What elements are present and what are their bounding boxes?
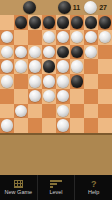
reversi-app: 11 27 New Game Level ? Help: [0, 0, 112, 200]
white-stone: [1, 31, 14, 44]
white-stone: [57, 119, 70, 132]
white-stone: [57, 90, 70, 103]
square-f3[interactable]: [70, 45, 84, 60]
black-stone: [71, 75, 84, 88]
white-score: 27: [99, 4, 107, 11]
white-stone: [15, 60, 28, 73]
square-f7[interactable]: [70, 104, 84, 119]
square-a6[interactable]: [0, 89, 14, 104]
white-stone: [15, 105, 28, 118]
square-h6[interactable]: [98, 89, 112, 104]
square-e2[interactable]: [56, 30, 70, 45]
square-b1[interactable]: [14, 15, 28, 30]
black-score: 11: [73, 4, 80, 11]
white-stone: [85, 46, 98, 59]
white-stone: [57, 31, 70, 44]
black-stone: [15, 16, 28, 29]
square-b3[interactable]: [14, 45, 28, 60]
square-d5[interactable]: [42, 74, 56, 89]
square-h7[interactable]: [98, 104, 112, 119]
square-e1[interactable]: [56, 15, 70, 30]
square-a2[interactable]: [0, 30, 14, 45]
square-f1[interactable]: [70, 15, 84, 30]
white-stone: [15, 46, 28, 59]
square-h1[interactable]: [98, 15, 112, 30]
level-label: Level: [49, 190, 62, 196]
square-b8[interactable]: [14, 118, 28, 133]
square-g6[interactable]: [84, 89, 98, 104]
square-d7[interactable]: [42, 104, 56, 119]
status-bar: 11 27: [0, 0, 112, 15]
white-stone: [57, 75, 70, 88]
level-button[interactable]: Level: [37, 175, 75, 200]
square-e4[interactable]: [56, 59, 70, 74]
square-f8[interactable]: [70, 118, 84, 133]
white-stone: [1, 60, 14, 73]
board: [0, 15, 112, 135]
square-g4[interactable]: [84, 59, 98, 74]
black-stone: [29, 16, 42, 29]
square-a7[interactable]: [0, 104, 14, 119]
square-e6[interactable]: [56, 89, 70, 104]
black-stone: [57, 16, 70, 29]
new-game-label: New Game: [5, 190, 33, 196]
square-g3[interactable]: [84, 45, 98, 60]
square-e8[interactable]: [56, 118, 70, 133]
turn-indicator-black-stone: [23, 1, 36, 14]
black-stone: [57, 46, 70, 59]
white-stone: [29, 90, 42, 103]
square-c1[interactable]: [28, 15, 42, 30]
square-c2[interactable]: [28, 30, 42, 45]
white-stone: [1, 46, 14, 59]
square-h4[interactable]: [98, 59, 112, 74]
black-score-stone-icon: [58, 1, 71, 14]
square-b5[interactable]: [14, 74, 28, 89]
white-stone: [29, 75, 42, 88]
white-stone: [57, 60, 70, 73]
square-g7[interactable]: [84, 104, 98, 119]
square-b2[interactable]: [14, 30, 28, 45]
square-c5[interactable]: [28, 74, 42, 89]
white-stone: [29, 46, 42, 59]
square-g2[interactable]: [84, 30, 98, 45]
square-g5[interactable]: [84, 74, 98, 89]
black-stone: [43, 60, 56, 73]
black-stone: [71, 16, 84, 29]
black-stone: [71, 46, 84, 59]
square-c7[interactable]: [28, 104, 42, 119]
square-f6[interactable]: [70, 89, 84, 104]
square-e3[interactable]: [56, 45, 70, 60]
square-e5[interactable]: [56, 74, 70, 89]
white-stone: [43, 46, 56, 59]
white-stone: [29, 60, 42, 73]
level-bars-icon: [50, 180, 62, 188]
score-panel: 11 27: [58, 1, 112, 14]
square-d1[interactable]: [42, 15, 56, 30]
square-c4[interactable]: [28, 59, 42, 74]
square-a5[interactable]: [0, 74, 14, 89]
square-c6[interactable]: [28, 89, 42, 104]
square-e7[interactable]: [56, 104, 70, 119]
white-stone: [43, 75, 56, 88]
square-g1[interactable]: [84, 15, 98, 30]
black-stone: [85, 16, 98, 29]
square-g8[interactable]: [84, 118, 98, 133]
white-stone: [57, 105, 70, 118]
square-f5[interactable]: [70, 74, 84, 89]
square-h2[interactable]: [98, 30, 112, 45]
white-stone: [1, 75, 14, 88]
square-h5[interactable]: [98, 74, 112, 89]
square-a1[interactable]: [0, 15, 14, 30]
square-d3[interactable]: [42, 45, 56, 60]
white-stone: [43, 90, 56, 103]
square-d4[interactable]: [42, 59, 56, 74]
new-game-grid-icon: [14, 180, 23, 188]
square-b4[interactable]: [14, 59, 28, 74]
square-h3[interactable]: [98, 45, 112, 60]
black-stone: [43, 16, 56, 29]
white-stone: [1, 119, 14, 132]
square-c3[interactable]: [28, 45, 42, 60]
square-a3[interactable]: [0, 45, 14, 60]
white-stone: [85, 31, 98, 44]
square-f4[interactable]: [70, 59, 84, 74]
square-b7[interactable]: [14, 104, 28, 119]
white-stone: [99, 31, 112, 44]
square-a8[interactable]: [0, 118, 14, 133]
square-b6[interactable]: [14, 89, 28, 104]
help-button[interactable]: ? Help: [74, 175, 112, 200]
new-game-button[interactable]: New Game: [0, 175, 37, 200]
toolbar: New Game Level ? Help: [0, 175, 112, 200]
square-f2[interactable]: [70, 30, 84, 45]
black-stone: [99, 16, 112, 29]
white-stone: [71, 31, 84, 44]
square-h8[interactable]: [98, 118, 112, 133]
square-a4[interactable]: [0, 59, 14, 74]
white-stone: [43, 31, 56, 44]
white-stone: [71, 60, 84, 73]
square-d8[interactable]: [42, 118, 56, 133]
help-question-icon: ?: [91, 180, 97, 188]
square-d2[interactable]: [42, 30, 56, 45]
white-score-stone-icon: [84, 1, 97, 14]
help-label: Help: [88, 190, 99, 196]
square-d6[interactable]: [42, 89, 56, 104]
square-c8[interactable]: [28, 118, 42, 133]
